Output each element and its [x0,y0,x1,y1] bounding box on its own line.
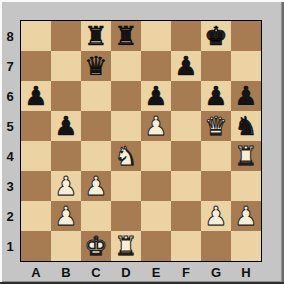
white-pawn-e5[interactable]: ♟ [144,113,167,139]
rank-label-1: 1 [0,231,20,261]
square-a7[interactable] [21,51,51,81]
square-a2[interactable] [21,201,51,231]
square-g7[interactable] [201,51,231,81]
white-queen-g5[interactable]: ♛ [204,113,227,139]
square-a3[interactable] [21,171,51,201]
black-rook-c8[interactable]: ♜ [84,23,107,49]
rank-label-2: 2 [0,201,20,231]
black-pawn-h6[interactable]: ♟ [234,83,257,109]
white-king-c1[interactable]: ♚ [84,233,107,259]
file-label-f: F [171,262,201,282]
square-f6[interactable] [171,81,201,111]
square-h1[interactable] [231,231,261,261]
file-label-g: G [201,262,231,282]
square-h2[interactable]: ♟ [231,201,261,231]
square-c6[interactable] [81,81,111,111]
square-e3[interactable] [141,171,171,201]
black-pawn-a6[interactable]: ♟ [24,83,47,109]
square-e6[interactable]: ♟ [141,81,171,111]
square-f2[interactable] [171,201,201,231]
square-b6[interactable] [51,81,81,111]
black-queen-c7[interactable]: ♛ [84,53,107,79]
square-c5[interactable] [81,111,111,141]
square-d6[interactable] [111,81,141,111]
chess-board[interactable]: ♜♜♚♛♟♟♟♟♟♟♟♛♞♞♜♟♟♟♟♟♚♜ [20,20,262,262]
square-g5[interactable]: ♛ [201,111,231,141]
square-b2[interactable]: ♟ [51,201,81,231]
black-rook-d8[interactable]: ♜ [114,23,137,49]
square-c3[interactable]: ♟ [81,171,111,201]
square-g8[interactable]: ♚ [201,21,231,51]
square-f1[interactable] [171,231,201,261]
square-b5[interactable]: ♟ [51,111,81,141]
square-b7[interactable] [51,51,81,81]
square-h5[interactable]: ♞ [231,111,261,141]
square-e2[interactable] [141,201,171,231]
square-g4[interactable] [201,141,231,171]
square-h7[interactable] [231,51,261,81]
white-rook-d1[interactable]: ♜ [114,233,137,259]
white-pawn-h2[interactable]: ♟ [234,203,257,229]
square-b3[interactable]: ♟ [51,171,81,201]
square-h4[interactable]: ♜ [231,141,261,171]
square-a6[interactable]: ♟ [21,81,51,111]
white-pawn-b2[interactable]: ♟ [54,203,77,229]
chess-board-panel: 8 7 6 5 4 3 2 1 ♜♜♚♛♟♟♟♟♟♟♟♛♞♞♜♟♟♟♟♟♚♜ A… [0,0,284,284]
black-pawn-f7[interactable]: ♟ [174,53,197,79]
square-d2[interactable] [111,201,141,231]
square-c4[interactable] [81,141,111,171]
square-d5[interactable] [111,111,141,141]
file-label-h: H [231,262,261,282]
white-pawn-g2[interactable]: ♟ [204,203,227,229]
square-c2[interactable] [81,201,111,231]
square-g6[interactable]: ♟ [201,81,231,111]
rank-labels: 8 7 6 5 4 3 2 1 [0,21,20,261]
black-king-g8[interactable]: ♚ [204,23,227,49]
square-d3[interactable] [111,171,141,201]
square-e7[interactable] [141,51,171,81]
square-b1[interactable] [51,231,81,261]
black-pawn-e6[interactable]: ♟ [144,83,167,109]
white-pawn-b3[interactable]: ♟ [54,173,77,199]
rank-label-8: 8 [0,21,20,51]
rank-label-7: 7 [0,51,20,81]
square-c8[interactable]: ♜ [81,21,111,51]
black-pawn-b5[interactable]: ♟ [54,113,77,139]
square-f3[interactable] [171,171,201,201]
file-label-c: C [81,262,111,282]
rank-label-6: 6 [0,81,20,111]
rank-label-4: 4 [0,141,20,171]
square-g3[interactable] [201,171,231,201]
rank-label-3: 3 [0,171,20,201]
square-g1[interactable] [201,231,231,261]
square-e1[interactable] [141,231,171,261]
square-e8[interactable] [141,21,171,51]
file-label-e: E [141,262,171,282]
file-labels: A B C D E F G H [21,262,261,282]
square-f8[interactable] [171,21,201,51]
square-e4[interactable] [141,141,171,171]
square-f7[interactable]: ♟ [171,51,201,81]
square-b8[interactable] [51,21,81,51]
square-a4[interactable] [21,141,51,171]
square-b4[interactable] [51,141,81,171]
square-d4[interactable]: ♞ [111,141,141,171]
black-knight-h5[interactable]: ♞ [234,113,257,139]
square-e5[interactable]: ♟ [141,111,171,141]
square-h8[interactable] [231,21,261,51]
file-label-a: A [21,262,51,282]
square-c1[interactable]: ♚ [81,231,111,261]
square-f5[interactable] [171,111,201,141]
square-c7[interactable]: ♛ [81,51,111,81]
black-pawn-g6[interactable]: ♟ [204,83,227,109]
square-d8[interactable]: ♜ [111,21,141,51]
square-a1[interactable] [21,231,51,261]
square-f4[interactable] [171,141,201,171]
square-a5[interactable] [21,111,51,141]
file-label-d: D [111,262,141,282]
white-pawn-c3[interactable]: ♟ [84,173,107,199]
rank-label-5: 5 [0,111,20,141]
square-a8[interactable] [21,21,51,51]
square-g2[interactable]: ♟ [201,201,231,231]
white-rook-h4[interactable]: ♜ [234,143,257,169]
square-h3[interactable] [231,171,261,201]
square-d7[interactable] [111,51,141,81]
white-knight-d4[interactable]: ♞ [114,143,137,169]
square-d1[interactable]: ♜ [111,231,141,261]
file-label-b: B [51,262,81,282]
square-h6[interactable]: ♟ [231,81,261,111]
